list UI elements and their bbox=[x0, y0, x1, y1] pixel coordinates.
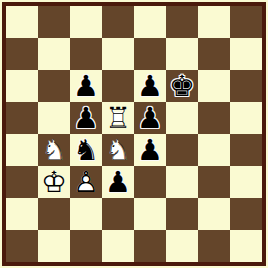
square-f4[interactable] bbox=[166, 134, 198, 166]
square-b3[interactable]: ♚♔ bbox=[38, 166, 70, 198]
black-pawn[interactable]: ♟ bbox=[70, 70, 102, 102]
square-f1[interactable] bbox=[166, 230, 198, 262]
square-g2[interactable] bbox=[198, 198, 230, 230]
white-knight[interactable]: ♞♘ bbox=[38, 134, 70, 166]
black-pawn[interactable]: ♟ bbox=[134, 134, 166, 166]
square-d7[interactable] bbox=[102, 38, 134, 70]
square-f6[interactable]: ♚ bbox=[166, 70, 198, 102]
black-pawn[interactable]: ♟ bbox=[134, 102, 166, 134]
square-d5[interactable]: ♜♖ bbox=[102, 102, 134, 134]
square-c8[interactable] bbox=[70, 6, 102, 38]
square-d4[interactable]: ♞♘ bbox=[102, 134, 134, 166]
square-c2[interactable] bbox=[70, 198, 102, 230]
square-g7[interactable] bbox=[198, 38, 230, 70]
square-b6[interactable] bbox=[38, 70, 70, 102]
white-pawn[interactable]: ♟♙ bbox=[70, 166, 102, 198]
square-e8[interactable] bbox=[134, 6, 166, 38]
square-f3[interactable] bbox=[166, 166, 198, 198]
black-king[interactable]: ♚ bbox=[166, 70, 198, 102]
square-g8[interactable] bbox=[198, 6, 230, 38]
square-h4[interactable] bbox=[230, 134, 262, 166]
square-h7[interactable] bbox=[230, 38, 262, 70]
white-knight[interactable]: ♞♘ bbox=[102, 134, 134, 166]
square-a6[interactable] bbox=[6, 70, 38, 102]
square-d8[interactable] bbox=[102, 6, 134, 38]
square-f5[interactable] bbox=[166, 102, 198, 134]
square-d2[interactable] bbox=[102, 198, 134, 230]
white-rook[interactable]: ♜♖ bbox=[102, 102, 134, 134]
square-h6[interactable] bbox=[230, 70, 262, 102]
square-g3[interactable] bbox=[198, 166, 230, 198]
square-a2[interactable] bbox=[6, 198, 38, 230]
square-f7[interactable] bbox=[166, 38, 198, 70]
chessboard-diagram: ♟♟♚♟♜♖♟♞♘♞♞♘♟♚♔♟♙♟ bbox=[0, 0, 268, 268]
square-b7[interactable] bbox=[38, 38, 70, 70]
black-pawn[interactable]: ♟ bbox=[70, 102, 102, 134]
square-e5[interactable]: ♟ bbox=[134, 102, 166, 134]
square-e2[interactable] bbox=[134, 198, 166, 230]
square-e3[interactable] bbox=[134, 166, 166, 198]
square-f2[interactable] bbox=[166, 198, 198, 230]
square-g1[interactable] bbox=[198, 230, 230, 262]
square-c3[interactable]: ♟♙ bbox=[70, 166, 102, 198]
square-b8[interactable] bbox=[38, 6, 70, 38]
square-g4[interactable] bbox=[198, 134, 230, 166]
square-h3[interactable] bbox=[230, 166, 262, 198]
square-d3[interactable]: ♟ bbox=[102, 166, 134, 198]
square-h1[interactable] bbox=[230, 230, 262, 262]
square-g5[interactable] bbox=[198, 102, 230, 134]
square-e7[interactable] bbox=[134, 38, 166, 70]
square-c7[interactable] bbox=[70, 38, 102, 70]
square-a1[interactable] bbox=[6, 230, 38, 262]
square-c5[interactable]: ♟ bbox=[70, 102, 102, 134]
square-a4[interactable] bbox=[6, 134, 38, 166]
square-a3[interactable] bbox=[6, 166, 38, 198]
square-a8[interactable] bbox=[6, 6, 38, 38]
square-d6[interactable] bbox=[102, 70, 134, 102]
board-grid: ♟♟♚♟♜♖♟♞♘♞♞♘♟♚♔♟♙♟ bbox=[6, 6, 262, 262]
square-a5[interactable] bbox=[6, 102, 38, 134]
white-king[interactable]: ♚♔ bbox=[38, 166, 70, 198]
square-e1[interactable] bbox=[134, 230, 166, 262]
square-h2[interactable] bbox=[230, 198, 262, 230]
square-h5[interactable] bbox=[230, 102, 262, 134]
square-h8[interactable] bbox=[230, 6, 262, 38]
square-f8[interactable] bbox=[166, 6, 198, 38]
square-d1[interactable] bbox=[102, 230, 134, 262]
square-b5[interactable] bbox=[38, 102, 70, 134]
square-b2[interactable] bbox=[38, 198, 70, 230]
black-pawn[interactable]: ♟ bbox=[102, 166, 134, 198]
board-frame: ♟♟♚♟♜♖♟♞♘♞♞♘♟♚♔♟♙♟ bbox=[2, 2, 266, 266]
square-c1[interactable] bbox=[70, 230, 102, 262]
square-c6[interactable]: ♟ bbox=[70, 70, 102, 102]
square-b4[interactable]: ♞♘ bbox=[38, 134, 70, 166]
square-a7[interactable] bbox=[6, 38, 38, 70]
square-e6[interactable]: ♟ bbox=[134, 70, 166, 102]
square-c4[interactable]: ♞ bbox=[70, 134, 102, 166]
black-pawn[interactable]: ♟ bbox=[134, 70, 166, 102]
black-knight[interactable]: ♞ bbox=[70, 134, 102, 166]
square-b1[interactable] bbox=[38, 230, 70, 262]
square-e4[interactable]: ♟ bbox=[134, 134, 166, 166]
square-g6[interactable] bbox=[198, 70, 230, 102]
